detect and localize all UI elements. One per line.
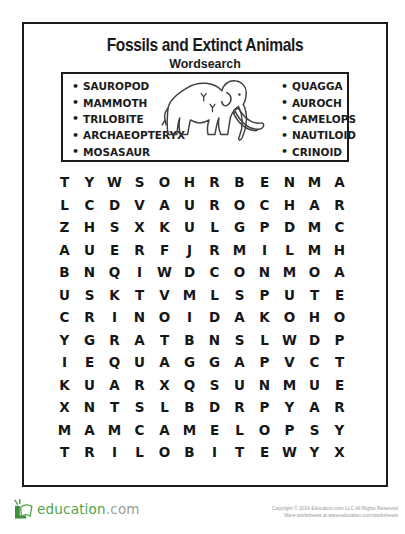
grid-cell[interactable]: C [327,216,352,239]
grid-cell[interactable]: X [152,374,177,397]
grid-cell[interactable]: O [277,306,302,329]
grid-cell[interactable]: E [102,239,127,262]
grid-cell[interactable]: I [177,306,202,329]
grid-cell[interactable]: M [302,216,327,239]
grid-cell[interactable]: W [102,171,127,194]
grid-cell[interactable]: O [227,261,252,284]
grid-cell[interactable]: I [127,261,152,284]
grid-cell[interactable]: O [327,306,352,329]
grid-cell[interactable]: H [177,171,202,194]
grid-cell[interactable]: R [127,239,152,262]
grid-cell[interactable]: U [77,239,102,262]
grid-cell[interactable]: T [127,284,152,307]
grid-cell[interactable]: M [177,419,202,442]
grid-cell[interactable]: A [152,351,177,374]
grid-cell[interactable]: A [102,374,127,397]
education-book-icon [11,496,35,522]
grid-cell[interactable]: Y [302,441,327,464]
grid-cell[interactable]: H [327,239,352,262]
word-list-item: •QUAGGA [281,78,356,94]
grid-cell[interactable]: L [202,216,227,239]
word-list-box: •SAUROPOD •MAMMOTH •TRILOBITE •ARCHAEOPT… [61,72,349,162]
grid-cell[interactable]: H [277,194,302,217]
grid-cell[interactable]: E [202,419,227,442]
grid-cell[interactable]: K [152,216,177,239]
grid-cell[interactable]: Y [277,396,302,419]
logo-text-education: education [37,501,106,517]
grid-cell[interactable]: X [127,216,152,239]
mammoth-eye [238,93,241,96]
grid-cell[interactable]: R [127,374,152,397]
grid-cell[interactable]: A [152,194,177,217]
grid-cell[interactable]: A [327,261,352,284]
grid-cell[interactable]: C [127,419,152,442]
grid-cell[interactable]: N [77,396,102,419]
grid-cell[interactable]: O [227,194,252,217]
grid-cell[interactable]: X [327,441,352,464]
grid-cell[interactable]: R [327,194,352,217]
grid-cell[interactable]: N [252,261,277,284]
grid-cell[interactable]: R [202,194,227,217]
bullet-icon: • [281,112,288,125]
word-list-item: •NAUTILOID [281,127,356,143]
grid-cell[interactable]: S [102,216,127,239]
grid-cell[interactable]: T [152,329,177,352]
logo-wordmark: education.com [37,501,140,517]
grid-cell[interactable]: U [177,194,202,217]
grid-cell[interactable]: L [202,284,227,307]
bullet-icon: • [72,145,79,158]
grid-cell[interactable]: U [77,374,102,397]
grid-cell[interactable]: Y [77,171,102,194]
grid-cell[interactable]: B [177,396,202,419]
grid-cell[interactable]: H [302,306,327,329]
grid-cell[interactable]: J [177,239,202,262]
grid-cell[interactable]: W [152,261,177,284]
grid-cell[interactable]: M [277,261,302,284]
grid-cell[interactable]: E [252,171,277,194]
grid-cell[interactable]: K [52,374,77,397]
grid-cell[interactable]: K [102,284,127,307]
grid-cell[interactable]: T [52,441,77,464]
bullet-icon: • [72,112,79,125]
grid-cell[interactable]: W [277,441,302,464]
word-label: MOSASAUR [83,146,150,158]
grid-cell[interactable]: C [77,194,102,217]
grid-cell[interactable]: A [302,396,327,419]
grid-cell[interactable]: V [277,351,302,374]
grid-cell[interactable]: U [227,374,252,397]
word-label: CRINOID [292,146,342,158]
education-logo: education.com [11,496,140,522]
grid-cell[interactable]: M [277,374,302,397]
bullet-icon: • [72,80,79,93]
grid-cell[interactable]: Q [102,261,127,284]
grid-cell[interactable]: U [302,374,327,397]
grid-cell[interactable]: O [252,419,277,442]
grid-cell[interactable]: B [177,441,202,464]
grid-cell[interactable]: G [77,329,102,352]
grid-cell[interactable]: E [77,351,102,374]
grid-cell[interactable]: V [127,194,152,217]
grid-cell[interactable]: O [152,441,177,464]
grid-cell[interactable]: N [77,261,102,284]
grid-cell[interactable]: M [227,239,252,262]
grid-cell[interactable]: L [252,329,277,352]
grid-cell[interactable]: A [227,351,252,374]
grid-cell[interactable]: S [227,284,252,307]
grid-cell[interactable]: E [327,284,352,307]
word-label: AUROCH [292,97,342,109]
grid-cell[interactable]: F [152,239,177,262]
grid-cell[interactable]: D [277,216,302,239]
grid-cell[interactable]: D [177,261,202,284]
word-label: TRILOBITE [83,113,144,125]
grid-cell[interactable]: M [52,419,77,442]
grid-cell[interactable]: G [177,351,202,374]
grid-cell[interactable]: P [252,216,277,239]
grid-cell[interactable]: T [102,396,127,419]
bullet-icon: • [281,80,288,93]
copyright-line1: Copyright © 2014 Education.com LLC All R… [272,505,398,512]
grid-cell[interactable]: C [202,261,227,284]
grid-cell[interactable]: R [77,306,102,329]
grid-cell[interactable]: D [102,194,127,217]
grid-cell[interactable]: T [327,351,352,374]
grid-cell[interactable]: S [77,284,102,307]
word-label: SAUROPOD [83,80,149,92]
grid-cell[interactable]: R [77,441,102,464]
grid-cell[interactable]: I [102,441,127,464]
bullet-icon: • [72,96,79,109]
word-list-item: •CRINOID [281,144,356,160]
grid-cell[interactable]: B [177,329,202,352]
copyright-text: Copyright © 2014 Education.com LLC All R… [272,505,398,518]
grid-cell[interactable]: N [127,306,152,329]
grid-cell[interactable]: N [252,374,277,397]
grid-cell[interactable]: Z [52,216,77,239]
grid-cell[interactable]: C [52,306,77,329]
grid-cell[interactable]: L [227,419,252,442]
grid-cell[interactable]: K [252,306,277,329]
grid-cell[interactable]: R [202,171,227,194]
grid-cell[interactable]: N [277,171,302,194]
grid-cell[interactable]: P [252,351,277,374]
grid-cell[interactable]: Q [102,351,127,374]
grid-cell[interactable]: X [52,396,77,419]
grid-cell[interactable]: M [177,284,202,307]
grid-cell[interactable]: P [252,284,277,307]
grid-cell[interactable]: P [252,396,277,419]
grid-cell[interactable]: H [77,216,102,239]
grid-cell[interactable]: S [227,329,252,352]
bullet-icon: • [281,129,288,142]
grid-cell[interactable]: B [52,261,77,284]
grid-cell[interactable]: L [127,441,152,464]
grid-cell[interactable]: S [202,374,227,397]
grid-cell[interactable]: V [152,284,177,307]
grid-cell[interactable]: T [302,284,327,307]
grid-cell[interactable]: D [202,396,227,419]
grid-cell[interactable]: C [252,194,277,217]
grid-cell[interactable]: Y [327,419,352,442]
grid-cell[interactable]: O [302,261,327,284]
copyright-line2: More worksheets at www.education.com/wor… [272,512,398,519]
grid-cell[interactable]: R [227,396,252,419]
grid-cell[interactable]: G [202,351,227,374]
grid-cell[interactable]: R [202,239,227,262]
bullet-icon: • [281,145,288,158]
grid-cell[interactable]: C [302,351,327,374]
grid-cell[interactable]: U [52,284,77,307]
grid-cell[interactable]: A [127,329,152,352]
grid-cell[interactable]: D [302,329,327,352]
grid-cell[interactable]: U [277,284,302,307]
word-label: NAUTILOID [292,129,356,141]
word-list-item: •AUROCH [281,94,356,110]
grid-cell[interactable]: S [302,419,327,442]
grid-cell[interactable]: U [127,351,152,374]
grid-cell[interactable]: Y [52,329,77,352]
worksheet-subtitle: Wordsearch [38,56,371,71]
grid-cell[interactable]: G [227,216,252,239]
grid-cell[interactable]: I [102,306,127,329]
mammoth-illustration [155,74,269,160]
grid-cell[interactable]: P [277,419,302,442]
grid-cell[interactable]: N [202,329,227,352]
grid-cell[interactable]: U [177,216,202,239]
grid-cell[interactable]: T [52,171,77,194]
grid-cell[interactable]: E [252,441,277,464]
grid-cell[interactable]: I [202,441,227,464]
grid-cell[interactable]: B [227,171,252,194]
grid-cell[interactable]: I [52,351,77,374]
grid-cell[interactable]: L [277,239,302,262]
word-label: MAMMOTH [83,97,147,109]
bullet-icon: • [281,96,288,109]
word-label: QUAGGA [292,80,343,92]
grid-cell[interactable]: R [327,396,352,419]
grid-cell[interactable]: M [302,239,327,262]
letter-grid: TYWSOHRBENMALCDVAUROCHARZHSXKULGPDMCAUER… [52,171,352,464]
worksheet-title: Fossils and Extinct Animals [53,35,357,55]
grid-cell[interactable]: A [302,194,327,217]
logo-text-com: .com [106,501,140,517]
grid-cell[interactable]: D [202,306,227,329]
grid-cell[interactable]: W [277,329,302,352]
word-list-item: •CAMELOPS [281,111,356,127]
grid-cell[interactable]: S [127,171,152,194]
grid-cell[interactable]: A [52,239,77,262]
grid-cell[interactable]: T [227,441,252,464]
grid-cell[interactable]: A [77,419,102,442]
grid-cell[interactable]: M [302,171,327,194]
bullet-icon: • [72,129,79,142]
grid-cell[interactable]: P [327,329,352,352]
grid-cell[interactable]: I [252,239,277,262]
grid-cell[interactable]: A [327,171,352,194]
grid-cell[interactable]: Q [177,374,202,397]
grid-cell[interactable]: A [227,306,252,329]
grid-cell[interactable]: E [327,374,352,397]
worksheet-frame: Fossils and Extinct Animals Wordsearch •… [22,22,388,487]
word-label: CAMELOPS [292,113,356,125]
worksheet-page: Fossils and Extinct Animals Wordsearch •… [0,0,405,534]
grid-cell[interactable]: S [127,396,152,419]
grid-cell[interactable]: A [152,419,177,442]
grid-cell[interactable]: R [102,329,127,352]
word-list-right: •QUAGGA •AUROCH •CAMELOPS •NAUTILOID •CR… [272,74,356,160]
grid-cell[interactable]: L [52,194,77,217]
grid-cell[interactable]: O [152,306,177,329]
grid-cell[interactable]: M [102,419,127,442]
grid-cell[interactable]: O [152,171,177,194]
grid-cell[interactable]: L [152,396,177,419]
